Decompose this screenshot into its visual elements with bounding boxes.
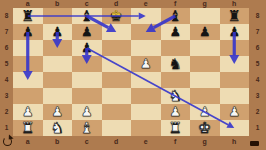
- coord-label: e: [131, 136, 161, 150]
- piece-white-pawn-c2[interactable]: ♟: [81, 104, 93, 120]
- coord-label: a: [13, 136, 43, 150]
- square-a4[interactable]: [13, 72, 43, 88]
- coord-label: c: [72, 136, 102, 150]
- coord-label: 7: [249, 24, 266, 40]
- piece-black-king-d8[interactable]: ♚: [110, 8, 123, 24]
- square-b2[interactable]: ♟: [43, 104, 73, 120]
- piece-white-pawn-h2[interactable]: ♟: [228, 104, 240, 120]
- piece-black-rook-h8[interactable]: ♜: [228, 8, 241, 24]
- square-c3[interactable]: [72, 88, 102, 104]
- square-h2[interactable]: ♟: [220, 104, 250, 120]
- piece-black-bishop-c8[interactable]: ♝: [80, 8, 93, 24]
- piece-black-bishop-f8[interactable]: ♝: [169, 8, 182, 24]
- piece-white-pawn-b2[interactable]: ♟: [51, 104, 63, 120]
- piece-black-knight-f5[interactable]: ♞: [169, 56, 182, 72]
- square-g5[interactable]: [190, 56, 220, 72]
- piece-white-bishop-c1[interactable]: ♝: [80, 120, 93, 136]
- square-e2[interactable]: [131, 104, 161, 120]
- square-a2[interactable]: ♟: [13, 104, 43, 120]
- piece-white-knight-b1[interactable]: ♞: [51, 120, 64, 136]
- square-f5[interactable]: ♞: [161, 56, 191, 72]
- square-f4[interactable]: [161, 72, 191, 88]
- file-labels-bottom: abcdefgh: [13, 136, 249, 150]
- square-g2[interactable]: ♟: [190, 104, 220, 120]
- coord-label: 7: [0, 24, 13, 40]
- piece-black-pawn-h7[interactable]: ♟: [228, 24, 240, 40]
- piece-white-pawn-e5[interactable]: ♟: [140, 56, 152, 72]
- square-g8[interactable]: [190, 8, 220, 24]
- square-f6[interactable]: [161, 40, 191, 56]
- square-h3[interactable]: [220, 88, 250, 104]
- square-d3[interactable]: [102, 88, 132, 104]
- piece-black-pawn-c6[interactable]: ♟: [81, 40, 93, 56]
- square-d2[interactable]: [102, 104, 132, 120]
- piece-white-pawn-f2[interactable]: ♟: [169, 104, 181, 120]
- piece-black-pawn-g7[interactable]: ♟: [199, 24, 211, 40]
- square-d8[interactable]: ♚: [102, 8, 132, 24]
- square-b7[interactable]: ♟: [43, 24, 73, 40]
- piece-white-pawn-a2[interactable]: ♟: [22, 104, 34, 120]
- piece-black-pawn-c7[interactable]: ♟: [81, 24, 93, 40]
- flip-board-icon[interactable]: [3, 137, 12, 146]
- square-b1[interactable]: ♞: [43, 120, 73, 136]
- piece-black-rook-a8[interactable]: ♜: [21, 8, 34, 24]
- square-e6[interactable]: [131, 40, 161, 56]
- square-h5[interactable]: [220, 56, 250, 72]
- coord-label: g: [190, 0, 220, 8]
- square-e8[interactable]: [131, 8, 161, 24]
- square-e5[interactable]: ♟: [131, 56, 161, 72]
- square-c1[interactable]: ♝: [72, 120, 102, 136]
- coord-label: 6: [249, 40, 266, 56]
- square-b6[interactable]: [43, 40, 73, 56]
- square-f7[interactable]: ♟: [161, 24, 191, 40]
- square-a5[interactable]: [13, 56, 43, 72]
- piece-black-pawn-b7[interactable]: ♟: [51, 24, 63, 40]
- coord-label: 3: [0, 88, 13, 104]
- square-a1[interactable]: ♜: [13, 120, 43, 136]
- square-c7[interactable]: ♟: [72, 24, 102, 40]
- square-c2[interactable]: ♟: [72, 104, 102, 120]
- coord-label: 4: [249, 72, 266, 88]
- coord-label: d: [102, 136, 132, 150]
- square-d5[interactable]: [102, 56, 132, 72]
- coord-label: 4: [0, 72, 13, 88]
- piece-white-king-g1[interactable]: ♚: [198, 120, 211, 136]
- square-e7[interactable]: [131, 24, 161, 40]
- coord-label: 8: [0, 8, 13, 24]
- corner-badge-icon: [250, 141, 259, 146]
- square-g7[interactable]: ♟: [190, 24, 220, 40]
- square-e4[interactable]: [131, 72, 161, 88]
- coord-label: b: [43, 136, 73, 150]
- coord-label: 8: [249, 8, 266, 24]
- square-b5[interactable]: [43, 56, 73, 72]
- square-f1[interactable]: ♜: [161, 120, 191, 136]
- square-c6[interactable]: ♟: [72, 40, 102, 56]
- piece-white-rook-f1[interactable]: ♜: [169, 120, 182, 136]
- coord-label: 6: [0, 40, 13, 56]
- square-f8[interactable]: ♝: [161, 8, 191, 24]
- piece-black-pawn-a7[interactable]: ♟: [22, 24, 34, 40]
- square-a7[interactable]: ♟: [13, 24, 43, 40]
- square-d7[interactable]: [102, 24, 132, 40]
- square-f2[interactable]: ♟: [161, 104, 191, 120]
- square-h4[interactable]: [220, 72, 250, 88]
- square-b4[interactable]: [43, 72, 73, 88]
- square-c4[interactable]: [72, 72, 102, 88]
- square-h8[interactable]: ♜: [220, 8, 250, 24]
- file-labels-top: abcdefgh: [13, 0, 249, 8]
- piece-white-pawn-g2[interactable]: ♟: [199, 104, 211, 120]
- chess-board: abcdefgh 87654321 87654321 abcdefgh ♜♝♚♝…: [0, 0, 266, 150]
- coord-label: h: [220, 136, 250, 150]
- piece-white-rook-a1[interactable]: ♜: [21, 120, 34, 136]
- square-c5[interactable]: [72, 56, 102, 72]
- rank-labels-right: 87654321: [249, 8, 266, 136]
- square-d6[interactable]: [102, 40, 132, 56]
- piece-white-knight-f3[interactable]: ♞: [169, 88, 182, 104]
- square-b8[interactable]: [43, 8, 73, 24]
- piece-black-pawn-f7[interactable]: ♟: [169, 24, 181, 40]
- square-a6[interactable]: [13, 40, 43, 56]
- square-h7[interactable]: ♟: [220, 24, 250, 40]
- square-g3[interactable]: [190, 88, 220, 104]
- coord-label: f: [161, 136, 191, 150]
- square-f3[interactable]: ♞: [161, 88, 191, 104]
- coord-label: 2: [0, 104, 13, 120]
- coord-label: 3: [249, 88, 266, 104]
- coord-label: 1: [249, 120, 266, 136]
- square-h6[interactable]: [220, 40, 250, 56]
- square-e3[interactable]: [131, 88, 161, 104]
- coord-label: 5: [249, 56, 266, 72]
- square-b3[interactable]: [43, 88, 73, 104]
- coord-label: 5: [0, 56, 13, 72]
- coord-label: 1: [0, 120, 13, 136]
- square-d4[interactable]: [102, 72, 132, 88]
- board-squares: ♜♝♚♝♜♟♟♟♟♟♟♟♟♞♞♟♟♟♟♟♟♜♞♝♜♚: [13, 8, 249, 136]
- square-d1[interactable]: [102, 120, 132, 136]
- rank-labels-left: 87654321: [0, 8, 13, 136]
- square-a3[interactable]: [13, 88, 43, 104]
- square-g1[interactable]: ♚: [190, 120, 220, 136]
- square-a8[interactable]: ♜: [13, 8, 43, 24]
- coord-label: 2: [249, 104, 266, 120]
- square-c8[interactable]: ♝: [72, 8, 102, 24]
- square-e1[interactable]: [131, 120, 161, 136]
- square-h1[interactable]: [220, 120, 250, 136]
- coord-label: b: [43, 0, 73, 8]
- square-g6[interactable]: [190, 40, 220, 56]
- coord-label: g: [190, 136, 220, 150]
- square-g4[interactable]: [190, 72, 220, 88]
- coord-label: e: [131, 0, 161, 8]
